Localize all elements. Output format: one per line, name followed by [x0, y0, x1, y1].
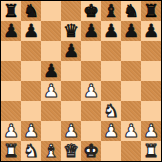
square-a5[interactable]	[1, 61, 21, 81]
square-f7[interactable]: ♟	[101, 21, 121, 41]
piece-black-pawn[interactable]: ♟	[81, 21, 101, 41]
square-c4[interactable]: ♟	[41, 81, 61, 101]
square-d7[interactable]: ♛	[61, 21, 81, 41]
square-c1[interactable]: ♝	[41, 141, 61, 161]
square-e2[interactable]	[81, 121, 101, 141]
square-a8[interactable]: ♜	[1, 1, 21, 21]
piece-black-pawn[interactable]: ♟	[1, 21, 21, 41]
square-g2[interactable]: ♟	[121, 121, 141, 141]
piece-white-rook[interactable]: ♜	[141, 141, 161, 161]
piece-white-pawn[interactable]: ♟	[141, 121, 161, 141]
square-b7[interactable]: ♟	[21, 21, 41, 41]
square-c5[interactable]: ♟	[41, 61, 61, 81]
chess-board: ♜♞♚♝♞♜♟♟♛♟♟♟♟♟♟♟♟♞♟♟♟♟♟♟♜♞♝♛♚♜	[0, 0, 162, 162]
piece-black-pawn[interactable]: ♟	[61, 41, 81, 61]
square-f3[interactable]: ♞	[101, 101, 121, 121]
square-c2[interactable]	[41, 121, 61, 141]
square-h4[interactable]	[141, 81, 161, 101]
square-b1[interactable]: ♞	[21, 141, 41, 161]
square-e8[interactable]: ♚	[81, 1, 101, 21]
square-h5[interactable]	[141, 61, 161, 81]
square-g8[interactable]: ♞	[121, 1, 141, 21]
square-e7[interactable]: ♟	[81, 21, 101, 41]
piece-black-rook[interactable]: ♜	[141, 1, 161, 21]
square-e1[interactable]: ♚	[81, 141, 101, 161]
square-g7[interactable]: ♟	[121, 21, 141, 41]
square-c7[interactable]	[41, 21, 61, 41]
square-h6[interactable]	[141, 41, 161, 61]
piece-white-pawn[interactable]: ♟	[61, 121, 81, 141]
square-d8[interactable]	[61, 1, 81, 21]
square-d1[interactable]: ♛	[61, 141, 81, 161]
square-f5[interactable]	[101, 61, 121, 81]
piece-white-pawn[interactable]: ♟	[41, 81, 61, 101]
square-d2[interactable]: ♟	[61, 121, 81, 141]
piece-black-pawn[interactable]: ♟	[101, 21, 121, 41]
piece-white-pawn[interactable]: ♟	[1, 121, 21, 141]
piece-black-king[interactable]: ♚	[81, 1, 101, 21]
square-b3[interactable]	[21, 101, 41, 121]
square-h2[interactable]: ♟	[141, 121, 161, 141]
square-g6[interactable]	[121, 41, 141, 61]
piece-white-pawn[interactable]: ♟	[81, 81, 101, 101]
piece-black-pawn[interactable]: ♟	[141, 21, 161, 41]
square-c6[interactable]	[41, 41, 61, 61]
piece-white-pawn[interactable]: ♟	[101, 121, 121, 141]
piece-black-bishop[interactable]: ♝	[101, 1, 121, 21]
piece-white-pawn[interactable]: ♟	[121, 121, 141, 141]
square-f6[interactable]	[101, 41, 121, 61]
square-b5[interactable]	[21, 61, 41, 81]
square-b6[interactable]	[21, 41, 41, 61]
square-h8[interactable]: ♜	[141, 1, 161, 21]
piece-white-king[interactable]: ♚	[81, 141, 101, 161]
square-b4[interactable]	[21, 81, 41, 101]
square-e6[interactable]	[81, 41, 101, 61]
square-h7[interactable]: ♟	[141, 21, 161, 41]
piece-white-knight[interactable]: ♞	[101, 101, 121, 121]
square-f1[interactable]	[101, 141, 121, 161]
piece-black-pawn[interactable]: ♟	[121, 21, 141, 41]
square-d4[interactable]	[61, 81, 81, 101]
piece-black-rook[interactable]: ♜	[1, 1, 21, 21]
square-d5[interactable]	[61, 61, 81, 81]
piece-white-queen[interactable]: ♛	[61, 141, 81, 161]
square-e5[interactable]	[81, 61, 101, 81]
square-f4[interactable]	[101, 81, 121, 101]
square-b2[interactable]: ♟	[21, 121, 41, 141]
square-e4[interactable]: ♟	[81, 81, 101, 101]
square-f8[interactable]: ♝	[101, 1, 121, 21]
square-e3[interactable]	[81, 101, 101, 121]
square-f2[interactable]: ♟	[101, 121, 121, 141]
piece-black-pawn[interactable]: ♟	[41, 61, 61, 81]
square-a4[interactable]	[1, 81, 21, 101]
piece-white-bishop[interactable]: ♝	[41, 141, 61, 161]
piece-black-pawn[interactable]: ♟	[21, 21, 41, 41]
piece-black-knight[interactable]: ♞	[21, 1, 41, 21]
square-h3[interactable]	[141, 101, 161, 121]
square-h1[interactable]: ♜	[141, 141, 161, 161]
piece-black-knight[interactable]: ♞	[121, 1, 141, 21]
piece-black-queen[interactable]: ♛	[61, 21, 81, 41]
square-g3[interactable]	[121, 101, 141, 121]
piece-white-pawn[interactable]: ♟	[21, 121, 41, 141]
square-a2[interactable]: ♟	[1, 121, 21, 141]
square-a3[interactable]	[1, 101, 21, 121]
square-c3[interactable]	[41, 101, 61, 121]
square-c8[interactable]	[41, 1, 61, 21]
square-g5[interactable]	[121, 61, 141, 81]
square-a7[interactable]: ♟	[1, 21, 21, 41]
square-d3[interactable]	[61, 101, 81, 121]
square-g4[interactable]	[121, 81, 141, 101]
square-a1[interactable]: ♜	[1, 141, 21, 161]
piece-white-rook[interactable]: ♜	[1, 141, 21, 161]
piece-white-knight[interactable]: ♞	[21, 141, 41, 161]
square-g1[interactable]	[121, 141, 141, 161]
square-a6[interactable]	[1, 41, 21, 61]
square-b8[interactable]: ♞	[21, 1, 41, 21]
square-d6[interactable]: ♟	[61, 41, 81, 61]
